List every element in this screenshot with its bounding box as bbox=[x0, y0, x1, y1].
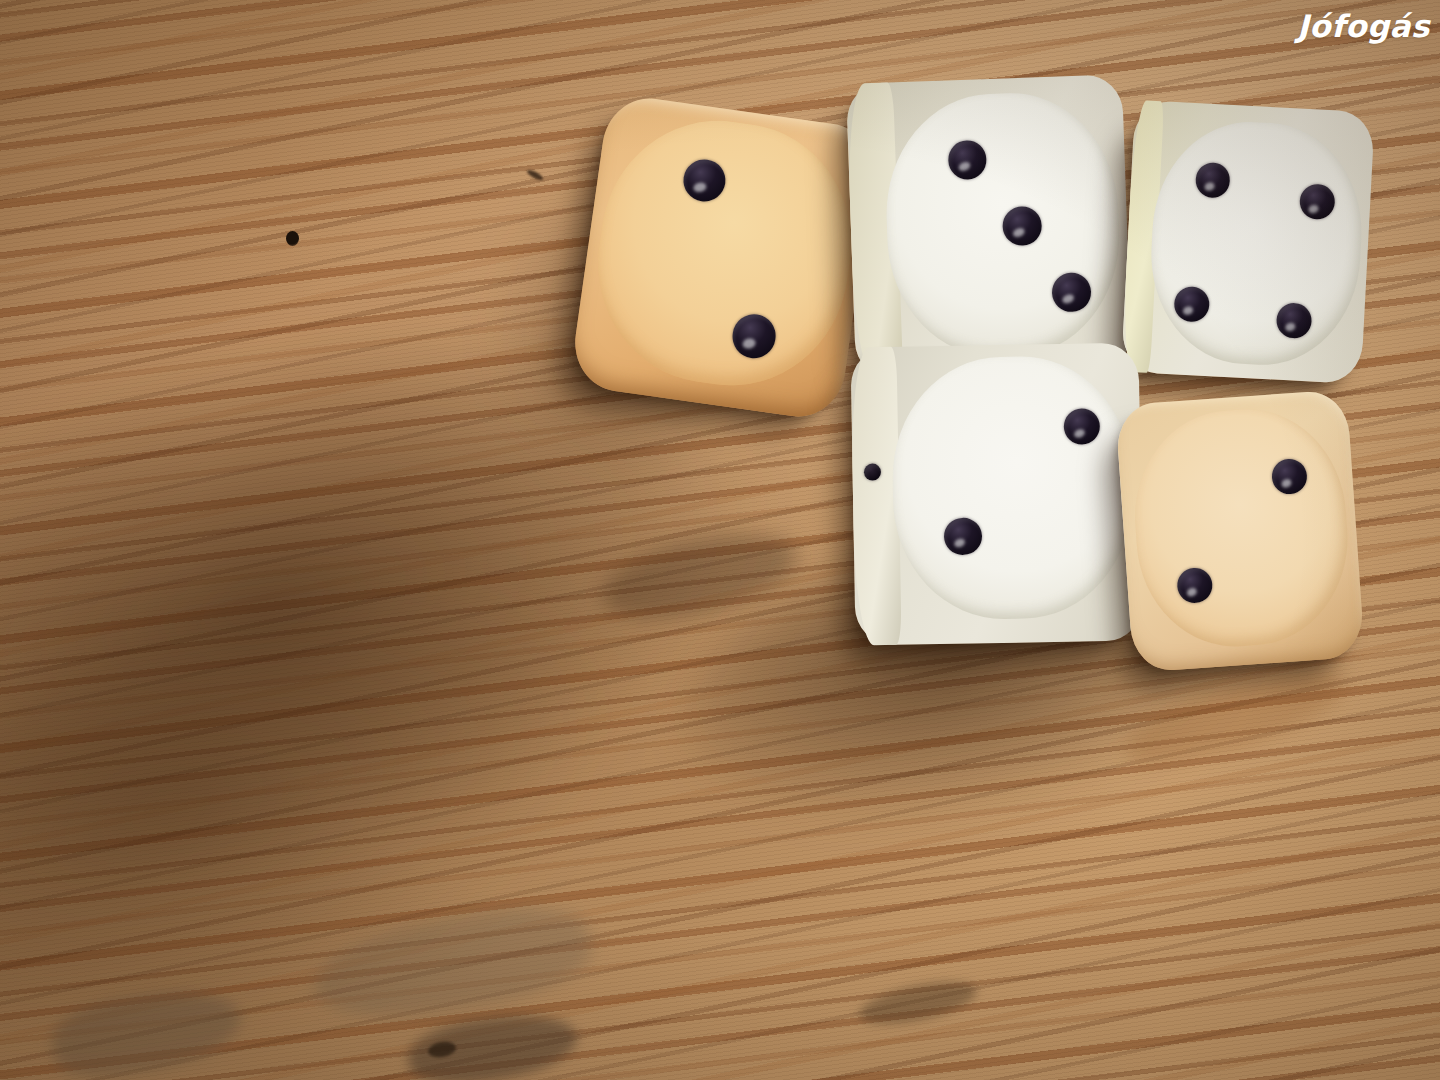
photo-vignette bbox=[0, 0, 1440, 1080]
watermark-jofogas: Jófogás bbox=[1297, 8, 1430, 44]
dice-photo-scene: Jófogás bbox=[0, 0, 1440, 1080]
